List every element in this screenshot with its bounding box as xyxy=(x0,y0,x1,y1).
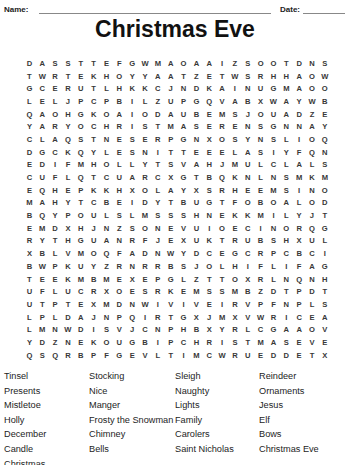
grid-cell-r9c8[interactable]: L xyxy=(113,159,126,172)
grid-cell-r9c19[interactable]: L xyxy=(254,159,267,172)
grid-cell-r2c24[interactable]: W xyxy=(318,70,331,83)
grid-cell-r9c11[interactable]: T xyxy=(151,159,164,172)
grid-cell-r19c19[interactable]: Z xyxy=(254,285,267,298)
grid-cell-r6c8[interactable]: R xyxy=(113,120,126,133)
grid-cell-r24c3[interactable]: Q xyxy=(49,349,62,362)
grid-cell-r7c8[interactable]: E xyxy=(113,133,126,146)
grid-cell-r10c2[interactable]: U xyxy=(36,171,49,184)
grid-cell-r19c21[interactable]: T xyxy=(280,285,293,298)
grid-cell-r5c14[interactable]: B xyxy=(190,108,203,121)
grid-cell-r14c11[interactable]: N xyxy=(151,222,164,235)
grid-cell-r12c4[interactable]: Y xyxy=(62,197,75,210)
grid-cell-r23c13[interactable]: C xyxy=(177,336,190,349)
grid-cell-r4c5[interactable]: P xyxy=(74,95,87,108)
grid-cell-r13c8[interactable]: S xyxy=(113,209,126,222)
grid-cell-r5c15[interactable]: E xyxy=(203,108,216,121)
grid-cell-r9c3[interactable]: I xyxy=(49,159,62,172)
grid-cell-r21c6[interactable]: J xyxy=(87,311,100,324)
grid-cell-r11c18[interactable]: E xyxy=(241,184,254,197)
grid-cell-r10c9[interactable]: A xyxy=(126,171,139,184)
grid-cell-r8c1[interactable]: D xyxy=(23,146,36,159)
grid-cell-r2c23[interactable]: O xyxy=(306,70,319,83)
grid-cell-r1c16[interactable]: I xyxy=(216,57,229,70)
grid-cell-r10c22[interactable]: M xyxy=(293,171,306,184)
grid-cell-r4c19[interactable]: X xyxy=(254,95,267,108)
grid-cell-r17c20[interactable]: L xyxy=(267,260,280,273)
grid-cell-r14c22[interactable]: R xyxy=(293,222,306,235)
grid-cell-r21c18[interactable]: V xyxy=(241,311,254,324)
grid-cell-r18c23[interactable]: N xyxy=(306,273,319,286)
grid-cell-r22c2[interactable]: M xyxy=(36,323,49,336)
grid-cell-r3c1[interactable]: G xyxy=(23,82,36,95)
grid-cell-r11c21[interactable]: S xyxy=(280,184,293,197)
grid-cell-r20c9[interactable]: N xyxy=(126,298,139,311)
grid-cell-r19c9[interactable]: E xyxy=(126,285,139,298)
grid-cell-r4c16[interactable]: V xyxy=(216,95,229,108)
grid-cell-r7c6[interactable]: T xyxy=(87,133,100,146)
grid-cell-r11c16[interactable]: R xyxy=(216,184,229,197)
grid-cell-r13c4[interactable]: P xyxy=(62,209,75,222)
grid-cell-r19c20[interactable]: D xyxy=(267,285,280,298)
grid-cell-r10c3[interactable]: F xyxy=(49,171,62,184)
grid-cell-r16c21[interactable]: C xyxy=(280,247,293,260)
grid-cell-r8c4[interactable]: K xyxy=(62,146,75,159)
grid-cell-r20c3[interactable]: P xyxy=(49,298,62,311)
grid-cell-r9c17[interactable]: M xyxy=(229,159,242,172)
grid-cell-r16c18[interactable]: C xyxy=(241,247,254,260)
grid-cell-r14c18[interactable]: C xyxy=(241,222,254,235)
grid-cell-r23c6[interactable]: K xyxy=(87,336,100,349)
grid-cell-r22c24[interactable]: V xyxy=(318,323,331,336)
grid-cell-r13c15[interactable]: N xyxy=(203,209,216,222)
grid-cell-r18c8[interactable]: E xyxy=(113,273,126,286)
grid-cell-r23c21[interactable]: S xyxy=(280,336,293,349)
grid-cell-r8c24[interactable]: N xyxy=(318,146,331,159)
grid-cell-r9c21[interactable]: L xyxy=(280,159,293,172)
grid-cell-r15c15[interactable]: K xyxy=(203,235,216,248)
grid-cell-r8c13[interactable]: T xyxy=(177,146,190,159)
grid-cell-r2c2[interactable]: W xyxy=(36,70,49,83)
grid-cell-r3c20[interactable]: G xyxy=(267,82,280,95)
grid-cell-r11c14[interactable]: X xyxy=(190,184,203,197)
grid-cell-r1c10[interactable]: W xyxy=(139,57,152,70)
grid-cell-r6c12[interactable]: M xyxy=(164,120,177,133)
grid-cell-r15c13[interactable]: X xyxy=(177,235,190,248)
grid-cell-r3c2[interactable]: C xyxy=(36,82,49,95)
grid-cell-r16c14[interactable]: D xyxy=(190,247,203,260)
grid-cell-r24c22[interactable]: E xyxy=(293,349,306,362)
grid-cell-r23c16[interactable]: I xyxy=(216,336,229,349)
grid-cell-r18c6[interactable]: B xyxy=(87,273,100,286)
grid-cell-r17c10[interactable]: R xyxy=(139,260,152,273)
grid-cell-r5c11[interactable]: D xyxy=(151,108,164,121)
grid-cell-r4c2[interactable]: E xyxy=(36,95,49,108)
grid-cell-r13c16[interactable]: E xyxy=(216,209,229,222)
grid-cell-r18c16[interactable]: T xyxy=(216,273,229,286)
grid-cell-r7c4[interactable]: Q xyxy=(62,133,75,146)
grid-cell-r4c9[interactable]: I xyxy=(126,95,139,108)
grid-cell-r7c7[interactable]: N xyxy=(100,133,113,146)
grid-cell-r2c1[interactable]: T xyxy=(23,70,36,83)
grid-cell-r20c11[interactable]: I xyxy=(151,298,164,311)
grid-cell-r8c16[interactable]: E xyxy=(216,146,229,159)
grid-cell-r11c13[interactable]: Y xyxy=(177,184,190,197)
grid-cell-r12c14[interactable]: U xyxy=(190,197,203,210)
grid-cell-r12c2[interactable]: A xyxy=(36,197,49,210)
grid-cell-r22c14[interactable]: B xyxy=(190,323,203,336)
grid-cell-r3c18[interactable]: N xyxy=(241,82,254,95)
grid-cell-r6c4[interactable]: Y xyxy=(62,120,75,133)
grid-cell-r15c2[interactable]: Y xyxy=(36,235,49,248)
grid-cell-r19c13[interactable]: E xyxy=(177,285,190,298)
grid-cell-r24c9[interactable]: E xyxy=(126,349,139,362)
grid-cell-r14c5[interactable]: H xyxy=(74,222,87,235)
grid-cell-r18c22[interactable]: Q xyxy=(293,273,306,286)
grid-cell-r11c22[interactable]: I xyxy=(293,184,306,197)
grid-cell-r11c5[interactable]: P xyxy=(74,184,87,197)
grid-cell-r17c12[interactable]: B xyxy=(164,260,177,273)
grid-cell-r10c20[interactable]: N xyxy=(267,171,280,184)
grid-cell-r11c6[interactable]: K xyxy=(87,184,100,197)
grid-cell-r22c4[interactable]: W xyxy=(62,323,75,336)
grid-cell-r6c22[interactable]: N xyxy=(293,120,306,133)
grid-cell-r14c20[interactable]: N xyxy=(267,222,280,235)
grid-cell-r9c4[interactable]: F xyxy=(62,159,75,172)
grid-cell-r12c10[interactable]: D xyxy=(139,197,152,210)
grid-cell-r18c4[interactable]: K xyxy=(62,273,75,286)
grid-cell-r4c3[interactable]: L xyxy=(49,95,62,108)
grid-cell-r3c7[interactable]: L xyxy=(100,82,113,95)
grid-cell-r13c23[interactable]: J xyxy=(306,209,319,222)
grid-cell-r11c15[interactable]: S xyxy=(203,184,216,197)
grid-cell-r22c8[interactable]: V xyxy=(113,323,126,336)
grid-cell-r8c5[interactable]: Q xyxy=(74,146,87,159)
grid-cell-r21c1[interactable]: L xyxy=(23,311,36,324)
grid-cell-r16c22[interactable]: B xyxy=(293,247,306,260)
grid-cell-r8c18[interactable]: A xyxy=(241,146,254,159)
grid-cell-r15c12[interactable]: E xyxy=(164,235,177,248)
grid-cell-r15c5[interactable]: G xyxy=(74,235,87,248)
grid-cell-r10c5[interactable]: Q xyxy=(74,171,87,184)
grid-cell-r2c15[interactable]: E xyxy=(203,70,216,83)
grid-cell-r24c13[interactable]: I xyxy=(177,349,190,362)
grid-cell-r1c1[interactable]: D xyxy=(23,57,36,70)
grid-cell-r24c20[interactable]: D xyxy=(267,349,280,362)
grid-cell-r9c14[interactable]: A xyxy=(190,159,203,172)
grid-cell-r10c21[interactable]: S xyxy=(280,171,293,184)
grid-cell-r24c23[interactable]: T xyxy=(306,349,319,362)
grid-cell-r15c22[interactable]: X xyxy=(293,235,306,248)
grid-cell-r2c6[interactable]: K xyxy=(87,70,100,83)
grid-cell-r5c10[interactable]: O xyxy=(139,108,152,121)
grid-cell-r7c19[interactable]: N xyxy=(254,133,267,146)
grid-cell-r13c17[interactable]: K xyxy=(229,209,242,222)
grid-cell-r2c14[interactable]: Z xyxy=(190,70,203,83)
grid-cell-r20c12[interactable]: V xyxy=(164,298,177,311)
grid-cell-r12c20[interactable]: O xyxy=(267,197,280,210)
grid-cell-r5c2[interactable]: A xyxy=(36,108,49,121)
grid-cell-r13c19[interactable]: M xyxy=(254,209,267,222)
grid-cell-r12c7[interactable]: B xyxy=(100,197,113,210)
grid-cell-r13c20[interactable]: I xyxy=(267,209,280,222)
grid-cell-r11c24[interactable]: O xyxy=(318,184,331,197)
grid-cell-r12c24[interactable]: D xyxy=(318,197,331,210)
grid-cell-r17c7[interactable]: Z xyxy=(100,260,113,273)
grid-cell-r6c5[interactable]: O xyxy=(74,120,87,133)
grid-cell-r19c15[interactable]: S xyxy=(203,285,216,298)
grid-cell-r7c1[interactable]: C xyxy=(23,133,36,146)
grid-cell-r16c13[interactable]: Y xyxy=(177,247,190,260)
grid-cell-r17c4[interactable]: K xyxy=(62,260,75,273)
grid-cell-r19c22[interactable]: P xyxy=(293,285,306,298)
grid-cell-r16c20[interactable]: P xyxy=(267,247,280,260)
grid-cell-r2c5[interactable]: E xyxy=(74,70,87,83)
grid-cell-r20c21[interactable]: N xyxy=(280,298,293,311)
grid-cell-r21c11[interactable]: R xyxy=(151,311,164,324)
grid-cell-r9c1[interactable]: E xyxy=(23,159,36,172)
grid-cell-r6c20[interactable]: G xyxy=(267,120,280,133)
grid-cell-r19c18[interactable]: B xyxy=(241,285,254,298)
grid-cell-r12c1[interactable]: M xyxy=(23,197,36,210)
grid-cell-r3c10[interactable]: K xyxy=(139,82,152,95)
grid-cell-r7c12[interactable]: P xyxy=(164,133,177,146)
grid-cell-r22c5[interactable]: D xyxy=(74,323,87,336)
grid-cell-r14c21[interactable]: O xyxy=(280,222,293,235)
grid-cell-r19c8[interactable]: O xyxy=(113,285,126,298)
grid-cell-r23c15[interactable]: R xyxy=(203,336,216,349)
grid-cell-r16c15[interactable]: C xyxy=(203,247,216,260)
grid-cell-r11c10[interactable]: O xyxy=(139,184,152,197)
grid-cell-r4c4[interactable]: J xyxy=(62,95,75,108)
grid-cell-r6c6[interactable]: C xyxy=(87,120,100,133)
grid-cell-r2c19[interactable]: R xyxy=(254,70,267,83)
grid-cell-r3c22[interactable]: A xyxy=(293,82,306,95)
grid-cell-r5c21[interactable]: A xyxy=(280,108,293,121)
grid-cell-r8c23[interactable]: Q xyxy=(306,146,319,159)
grid-cell-r12c5[interactable]: T xyxy=(74,197,87,210)
grid-cell-r8c6[interactable]: Y xyxy=(87,146,100,159)
grid-cell-r1c13[interactable]: O xyxy=(177,57,190,70)
grid-cell-r3c8[interactable]: H xyxy=(113,82,126,95)
grid-cell-r16c5[interactable]: M xyxy=(74,247,87,260)
grid-cell-r16c1[interactable]: X xyxy=(23,247,36,260)
grid-cell-r21c10[interactable]: I xyxy=(139,311,152,324)
grid-cell-r21c21[interactable]: I xyxy=(280,311,293,324)
grid-cell-r15c20[interactable]: S xyxy=(267,235,280,248)
grid-cell-r2c10[interactable]: Y xyxy=(139,70,152,83)
grid-cell-r5c6[interactable]: K xyxy=(87,108,100,121)
grid-cell-r18c18[interactable]: X xyxy=(241,273,254,286)
grid-cell-r3c15[interactable]: K xyxy=(203,82,216,95)
grid-cell-r23c7[interactable]: O xyxy=(100,336,113,349)
grid-cell-r15c24[interactable]: L xyxy=(318,235,331,248)
grid-cell-r3c11[interactable]: C xyxy=(151,82,164,95)
name-fill-line[interactable] xyxy=(39,3,271,14)
grid-cell-r4c11[interactable]: Z xyxy=(151,95,164,108)
grid-cell-r17c21[interactable]: I xyxy=(280,260,293,273)
grid-cell-r4c1[interactable]: L xyxy=(23,95,36,108)
grid-cell-r21c3[interactable]: L xyxy=(49,311,62,324)
grid-cell-r7c14[interactable]: N xyxy=(190,133,203,146)
grid-cell-r22c10[interactable]: C xyxy=(139,323,152,336)
grid-cell-r5c24[interactable]: E xyxy=(318,108,331,121)
grid-cell-r22c22[interactable]: A xyxy=(293,323,306,336)
grid-cell-r14c15[interactable]: I xyxy=(203,222,216,235)
grid-cell-r2c22[interactable]: A xyxy=(293,70,306,83)
grid-cell-r17c14[interactable]: J xyxy=(190,260,203,273)
grid-cell-r21c13[interactable]: G xyxy=(177,311,190,324)
grid-cell-r19c12[interactable]: K xyxy=(164,285,177,298)
grid-cell-r1c24[interactable]: S xyxy=(318,57,331,70)
grid-cell-r10c16[interactable]: Q xyxy=(216,171,229,184)
grid-cell-r14c7[interactable]: N xyxy=(100,222,113,235)
grid-cell-r1c12[interactable]: A xyxy=(164,57,177,70)
grid-cell-r22c21[interactable]: A xyxy=(280,323,293,336)
grid-cell-r24c12[interactable]: T xyxy=(164,349,177,362)
grid-cell-r2c16[interactable]: T xyxy=(216,70,229,83)
grid-cell-r6c14[interactable]: S xyxy=(190,120,203,133)
grid-cell-r18c20[interactable]: L xyxy=(267,273,280,286)
grid-cell-r8c12[interactable]: T xyxy=(164,146,177,159)
grid-cell-r16c17[interactable]: G xyxy=(229,247,242,260)
grid-cell-r24c8[interactable]: G xyxy=(113,349,126,362)
grid-cell-r5c4[interactable]: H xyxy=(62,108,75,121)
grid-cell-r14c16[interactable]: O xyxy=(216,222,229,235)
grid-cell-r16c7[interactable]: Q xyxy=(100,247,113,260)
grid-cell-r7c11[interactable]: R xyxy=(151,133,164,146)
grid-cell-r15c19[interactable]: B xyxy=(254,235,267,248)
grid-cell-r18c1[interactable]: T xyxy=(23,273,36,286)
grid-cell-r18c12[interactable]: G xyxy=(164,273,177,286)
grid-cell-r7c22[interactable]: I xyxy=(293,133,306,146)
grid-cell-r13c22[interactable]: Y xyxy=(293,209,306,222)
grid-cell-r11c9[interactable]: X xyxy=(126,184,139,197)
grid-cell-r8c21[interactable]: Y xyxy=(280,146,293,159)
grid-cell-r2c11[interactable]: A xyxy=(151,70,164,83)
grid-cell-r15c1[interactable]: R xyxy=(23,235,36,248)
grid-cell-r9c23[interactable]: L xyxy=(306,159,319,172)
grid-cell-r24c21[interactable]: D xyxy=(280,349,293,362)
grid-cell-r23c5[interactable]: E xyxy=(74,336,87,349)
grid-cell-r21c20[interactable]: R xyxy=(267,311,280,324)
grid-cell-r11c23[interactable]: N xyxy=(306,184,319,197)
grid-cell-r18c5[interactable]: M xyxy=(74,273,87,286)
grid-cell-r5c5[interactable]: G xyxy=(74,108,87,121)
grid-cell-r6c11[interactable]: T xyxy=(151,120,164,133)
grid-cell-r5c9[interactable]: I xyxy=(126,108,139,121)
grid-cell-r17c18[interactable]: I xyxy=(241,260,254,273)
grid-cell-r21c7[interactable]: N xyxy=(100,311,113,324)
grid-cell-r11c3[interactable]: H xyxy=(49,184,62,197)
grid-cell-r10c17[interactable]: K xyxy=(229,171,242,184)
grid-cell-r22c20[interactable]: G xyxy=(267,323,280,336)
grid-cell-r24c1[interactable]: Q xyxy=(23,349,36,362)
grid-cell-r5c8[interactable]: A xyxy=(113,108,126,121)
grid-cell-r23c9[interactable]: G xyxy=(126,336,139,349)
grid-cell-r4c10[interactable]: L xyxy=(139,95,152,108)
grid-cell-r10c10[interactable]: R xyxy=(139,171,152,184)
grid-cell-r14c24[interactable]: G xyxy=(318,222,331,235)
grid-cell-r10c6[interactable]: T xyxy=(87,171,100,184)
grid-cell-r9c13[interactable]: V xyxy=(177,159,190,172)
grid-cell-r4c7[interactable]: P xyxy=(100,95,113,108)
grid-cell-r2c13[interactable]: T xyxy=(177,70,190,83)
grid-cell-r14c9[interactable]: S xyxy=(126,222,139,235)
grid-cell-r17c9[interactable]: N xyxy=(126,260,139,273)
grid-cell-r1c8[interactable]: F xyxy=(113,57,126,70)
grid-cell-r17c13[interactable]: S xyxy=(177,260,190,273)
grid-cell-r15c17[interactable]: R xyxy=(229,235,242,248)
grid-cell-r14c2[interactable]: M xyxy=(36,222,49,235)
grid-cell-r22c19[interactable]: C xyxy=(254,323,267,336)
grid-cell-r2c7[interactable]: H xyxy=(100,70,113,83)
grid-cell-r15c10[interactable]: F xyxy=(139,235,152,248)
date-fill-line[interactable] xyxy=(303,3,345,14)
grid-cell-r13c24[interactable]: T xyxy=(318,209,331,222)
grid-cell-r23c2[interactable]: D xyxy=(36,336,49,349)
grid-cell-r9c7[interactable]: O xyxy=(100,159,113,172)
grid-cell-r2c21[interactable]: H xyxy=(280,70,293,83)
grid-cell-r15c11[interactable]: J xyxy=(151,235,164,248)
grid-cell-r18c13[interactable]: L xyxy=(177,273,190,286)
grid-cell-r12c22[interactable]: L xyxy=(293,197,306,210)
grid-cell-r21c2[interactable]: P xyxy=(36,311,49,324)
grid-cell-r20c15[interactable]: E xyxy=(203,298,216,311)
grid-cell-r21c22[interactable]: C xyxy=(293,311,306,324)
grid-cell-r13c14[interactable]: H xyxy=(190,209,203,222)
grid-cell-r21c16[interactable]: M xyxy=(216,311,229,324)
grid-cell-r10c1[interactable]: C xyxy=(23,171,36,184)
grid-cell-r12c17[interactable]: F xyxy=(229,197,242,210)
grid-cell-r12c19[interactable]: B xyxy=(254,197,267,210)
grid-cell-r3c5[interactable]: U xyxy=(74,82,87,95)
grid-cell-r19c7[interactable]: X xyxy=(100,285,113,298)
grid-cell-r16c4[interactable]: V xyxy=(62,247,75,260)
grid-cell-r14c4[interactable]: X xyxy=(62,222,75,235)
grid-cell-r2c12[interactable]: A xyxy=(164,70,177,83)
grid-cell-r23c1[interactable]: Y xyxy=(23,336,36,349)
grid-cell-r1c7[interactable]: E xyxy=(100,57,113,70)
grid-cell-r12c11[interactable]: Y xyxy=(151,197,164,210)
grid-cell-r20c13[interactable]: I xyxy=(177,298,190,311)
grid-cell-r15c4[interactable]: H xyxy=(62,235,75,248)
grid-cell-r18c14[interactable]: Z xyxy=(190,273,203,286)
grid-cell-r4c6[interactable]: C xyxy=(87,95,100,108)
grid-cell-r12c21[interactable]: A xyxy=(280,197,293,210)
grid-cell-r21c15[interactable]: J xyxy=(203,311,216,324)
grid-cell-r4c23[interactable]: W xyxy=(306,95,319,108)
grid-cell-r24c17[interactable]: R xyxy=(229,349,242,362)
grid-cell-r5c17[interactable]: S xyxy=(229,108,242,121)
grid-cell-r17c22[interactable]: F xyxy=(293,260,306,273)
grid-cell-r11c19[interactable]: E xyxy=(254,184,267,197)
grid-cell-r17c23[interactable]: A xyxy=(306,260,319,273)
grid-cell-r12c12[interactable]: T xyxy=(164,197,177,210)
grid-cell-r18c24[interactable]: H xyxy=(318,273,331,286)
grid-cell-r15c21[interactable]: H xyxy=(280,235,293,248)
grid-cell-r18c9[interactable]: X xyxy=(126,273,139,286)
grid-cell-r11c20[interactable]: M xyxy=(267,184,280,197)
grid-cell-r10c18[interactable]: N xyxy=(241,171,254,184)
grid-cell-r3c16[interactable]: A xyxy=(216,82,229,95)
grid-cell-r16c16[interactable]: E xyxy=(216,247,229,260)
grid-cell-r12c3[interactable]: H xyxy=(49,197,62,210)
grid-cell-r2c3[interactable]: R xyxy=(49,70,62,83)
grid-cell-r6c7[interactable]: H xyxy=(100,120,113,133)
grid-cell-r9c2[interactable]: D xyxy=(36,159,49,172)
grid-cell-r1c22[interactable]: D xyxy=(293,57,306,70)
grid-cell-r6c9[interactable]: I xyxy=(126,120,139,133)
